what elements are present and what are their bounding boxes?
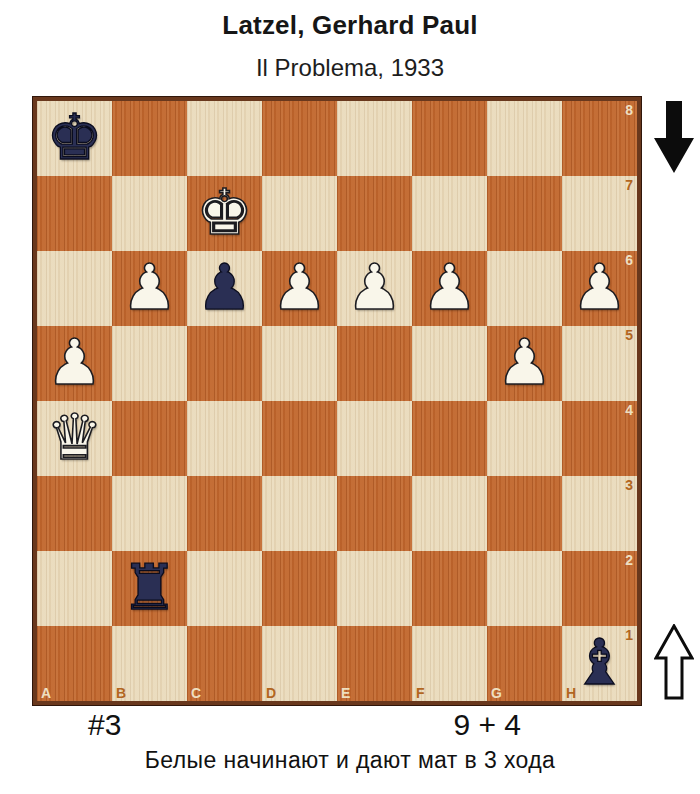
- square-a8[interactable]: ♚: [37, 101, 112, 176]
- square-d2[interactable]: [262, 551, 337, 626]
- side-indicator-column: [652, 100, 696, 704]
- white-king: ♚: [196, 181, 252, 244]
- square-e2[interactable]: [337, 551, 412, 626]
- square-h5[interactable]: 5: [562, 326, 637, 401]
- square-h1[interactable]: ♝1H: [562, 626, 637, 701]
- white-pawn: ♟: [421, 256, 477, 319]
- caption-text: Белые начинают и дают мат в 3 хода: [0, 747, 700, 774]
- square-h8[interactable]: 8: [562, 101, 637, 176]
- square-e8[interactable]: [337, 101, 412, 176]
- square-f2[interactable]: [412, 551, 487, 626]
- file-label-h: H: [566, 686, 576, 700]
- square-f1[interactable]: F: [412, 626, 487, 701]
- square-e6[interactable]: ♟: [337, 251, 412, 326]
- square-b4[interactable]: [112, 401, 187, 476]
- rank-label-1: 1: [625, 628, 633, 642]
- square-c6[interactable]: ♟: [187, 251, 262, 326]
- square-a1[interactable]: A: [37, 626, 112, 701]
- source-line: Il Problema, 1933: [0, 54, 700, 82]
- square-b7[interactable]: [112, 176, 187, 251]
- square-a7[interactable]: [37, 176, 112, 251]
- rank-label-3: 3: [625, 478, 633, 492]
- stipulation-row: #3 9 + 4: [33, 708, 641, 742]
- rank-label-7: 7: [625, 178, 633, 192]
- composer-title: Latzel, Gerhard Paul: [0, 10, 700, 41]
- square-g3[interactable]: [487, 476, 562, 551]
- square-h7[interactable]: 7: [562, 176, 637, 251]
- square-g6[interactable]: [487, 251, 562, 326]
- white-pawn: ♟: [346, 256, 402, 319]
- white-pawn: ♟: [46, 331, 102, 394]
- black-rook: ♜: [121, 556, 177, 619]
- square-d1[interactable]: D: [262, 626, 337, 701]
- black-king: ♚: [46, 106, 102, 169]
- square-g7[interactable]: [487, 176, 562, 251]
- white-pawn: ♟: [496, 331, 552, 394]
- square-c4[interactable]: [187, 401, 262, 476]
- white-pawn: ♟: [571, 256, 627, 319]
- square-a2[interactable]: [37, 551, 112, 626]
- square-g8[interactable]: [487, 101, 562, 176]
- square-d4[interactable]: [262, 401, 337, 476]
- file-label-f: F: [416, 686, 425, 700]
- square-b8[interactable]: [112, 101, 187, 176]
- square-c2[interactable]: [187, 551, 262, 626]
- square-f7[interactable]: [412, 176, 487, 251]
- square-h3[interactable]: 3: [562, 476, 637, 551]
- chess-problem-page: Latzel, Gerhard Paul Il Problema, 1933 ♚…: [0, 0, 700, 794]
- square-g2[interactable]: [487, 551, 562, 626]
- square-f5[interactable]: [412, 326, 487, 401]
- square-c5[interactable]: [187, 326, 262, 401]
- square-b6[interactable]: ♟: [112, 251, 187, 326]
- square-a5[interactable]: ♟: [37, 326, 112, 401]
- square-c3[interactable]: [187, 476, 262, 551]
- file-label-e: E: [341, 686, 350, 700]
- square-g4[interactable]: [487, 401, 562, 476]
- white-pawn: ♟: [271, 256, 327, 319]
- square-a3[interactable]: [37, 476, 112, 551]
- black-down-arrow-icon: [653, 100, 695, 178]
- square-f8[interactable]: [412, 101, 487, 176]
- stipulation-label: #3: [88, 708, 121, 742]
- square-c8[interactable]: [187, 101, 262, 176]
- square-g5[interactable]: ♟: [487, 326, 562, 401]
- file-label-d: D: [266, 686, 276, 700]
- white-queen: ♛: [46, 406, 102, 469]
- chess-board: ♚8♚7♟♟♟♟♟♟6♟♟5♛43♜2ABCDEFG♝1H: [33, 97, 641, 705]
- rank-label-2: 2: [625, 553, 633, 567]
- square-b5[interactable]: [112, 326, 187, 401]
- square-b1[interactable]: B: [112, 626, 187, 701]
- rank-label-4: 4: [625, 403, 633, 417]
- square-a4[interactable]: ♛: [37, 401, 112, 476]
- square-h4[interactable]: 4: [562, 401, 637, 476]
- square-d6[interactable]: ♟: [262, 251, 337, 326]
- square-d5[interactable]: [262, 326, 337, 401]
- square-e4[interactable]: [337, 401, 412, 476]
- square-d7[interactable]: [262, 176, 337, 251]
- file-label-c: C: [191, 686, 201, 700]
- square-h2[interactable]: 2: [562, 551, 637, 626]
- square-f3[interactable]: [412, 476, 487, 551]
- square-d8[interactable]: [262, 101, 337, 176]
- square-b2[interactable]: ♜: [112, 551, 187, 626]
- square-h6[interactable]: ♟6: [562, 251, 637, 326]
- square-f6[interactable]: ♟: [412, 251, 487, 326]
- white-pawn: ♟: [121, 256, 177, 319]
- material-count-label: 9 + 4: [453, 708, 521, 742]
- square-c7[interactable]: ♚: [187, 176, 262, 251]
- white-up-arrow-icon: [654, 624, 694, 704]
- black-bishop: ♝: [571, 631, 627, 694]
- square-e3[interactable]: [337, 476, 412, 551]
- square-g1[interactable]: G: [487, 626, 562, 701]
- square-c1[interactable]: C: [187, 626, 262, 701]
- rank-label-5: 5: [625, 328, 633, 342]
- file-label-b: B: [116, 686, 126, 700]
- file-label-g: G: [491, 686, 502, 700]
- rank-label-6: 6: [625, 253, 633, 267]
- file-label-a: A: [41, 686, 51, 700]
- square-b3[interactable]: [112, 476, 187, 551]
- square-a6[interactable]: [37, 251, 112, 326]
- square-f4[interactable]: [412, 401, 487, 476]
- square-e5[interactable]: [337, 326, 412, 401]
- black-pawn: ♟: [196, 256, 252, 319]
- square-e7[interactable]: [337, 176, 412, 251]
- square-e1[interactable]: E: [337, 626, 412, 701]
- square-d3[interactable]: [262, 476, 337, 551]
- rank-label-8: 8: [625, 103, 633, 117]
